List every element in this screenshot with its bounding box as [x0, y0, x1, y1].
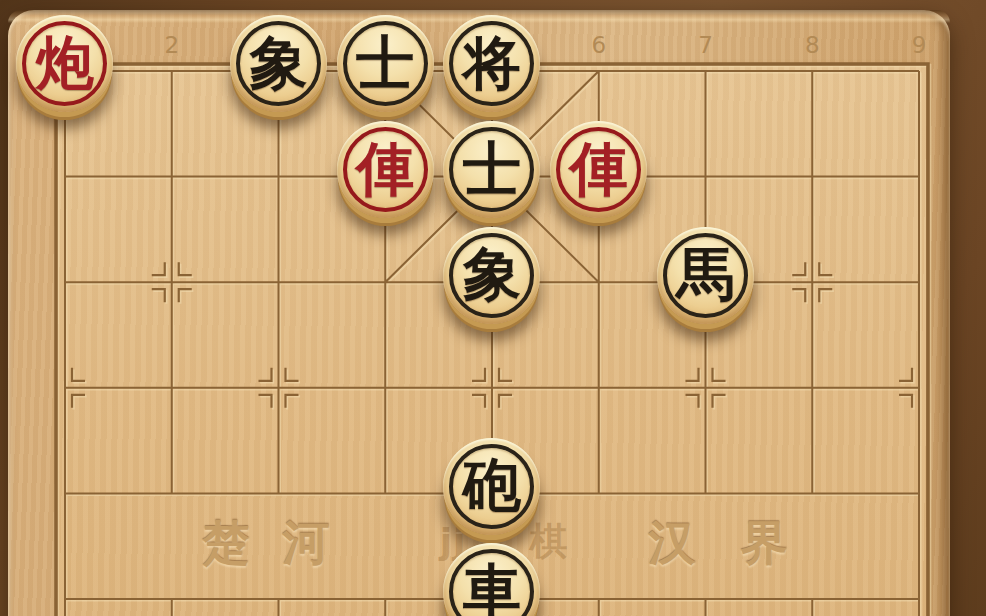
- board-intersection-3-4[interactable]: [225, 335, 332, 441]
- board-intersection-9-6[interactable]: [866, 546, 973, 616]
- piece-black-advisor[interactable]: 士: [337, 15, 434, 112]
- piece-glyph: 砲: [463, 456, 521, 514]
- board-intersection-2-4[interactable]: [118, 335, 225, 441]
- piece-red-chariot[interactable]: 俥: [550, 121, 647, 218]
- board-intersection-7-5[interactable]: [652, 441, 759, 547]
- board-intersection-7-2[interactable]: [652, 124, 759, 230]
- piece-red-chariot[interactable]: 俥: [337, 121, 434, 218]
- board-intersection-1-6[interactable]: [12, 546, 119, 616]
- board-intersection-5-6[interactable]: 車: [439, 546, 546, 616]
- piece-black-elephant[interactable]: 象: [230, 15, 327, 112]
- piece-glyph: 士: [463, 140, 521, 198]
- board-intersection-6-2[interactable]: 俥: [545, 124, 652, 230]
- board-intersection-2-5[interactable]: [118, 441, 225, 547]
- xiangqi-board: 炮象士将俥士俥象馬砲車: [12, 18, 973, 616]
- board-intersection-6-3[interactable]: [545, 229, 652, 335]
- board-intersection-8-4[interactable]: [759, 335, 866, 441]
- board-intersection-8-5[interactable]: [759, 441, 866, 547]
- board-intersection-2-1[interactable]: [118, 18, 225, 124]
- board-intersection-3-3[interactable]: [225, 229, 332, 335]
- board-intersection-1-5[interactable]: [12, 441, 119, 547]
- board-intersection-4-4[interactable]: [332, 335, 439, 441]
- board-intersection-4-5[interactable]: [332, 441, 439, 547]
- board-intersection-6-4[interactable]: [545, 335, 652, 441]
- piece-glyph: 馬: [676, 245, 734, 303]
- board-intersection-6-6[interactable]: [545, 546, 652, 616]
- board-intersection-2-2[interactable]: [118, 124, 225, 230]
- piece-black-chariot[interactable]: 車: [443, 543, 540, 616]
- board-intersection-2-3[interactable]: [118, 229, 225, 335]
- piece-glyph: 炮: [36, 34, 94, 92]
- board-intersection-3-2[interactable]: [225, 124, 332, 230]
- board-intersection-7-1[interactable]: [652, 18, 759, 124]
- board-intersection-5-3[interactable]: 象: [439, 229, 546, 335]
- board-intersection-7-6[interactable]: [652, 546, 759, 616]
- board-intersection-8-2[interactable]: [759, 124, 866, 230]
- board-intersection-7-3[interactable]: 馬: [652, 229, 759, 335]
- board-intersection-4-1[interactable]: 士: [332, 18, 439, 124]
- board-intersection-4-3[interactable]: [332, 229, 439, 335]
- piece-glyph: 俥: [356, 140, 414, 198]
- board-intersection-7-4[interactable]: [652, 335, 759, 441]
- board-intersection-1-3[interactable]: [12, 229, 119, 335]
- board-intersection-4-2[interactable]: 俥: [332, 124, 439, 230]
- piece-glyph: 車: [463, 562, 521, 616]
- piece-black-elephant[interactable]: 象: [443, 227, 540, 324]
- board-intersection-5-5[interactable]: 砲: [439, 441, 546, 547]
- board-intersection-3-6[interactable]: [225, 546, 332, 616]
- board-intersection-5-1[interactable]: 将: [439, 18, 546, 124]
- board-intersection-3-1[interactable]: 象: [225, 18, 332, 124]
- piece-red-cannon[interactable]: 炮: [16, 15, 113, 112]
- board-intersection-9-2[interactable]: [866, 124, 973, 230]
- board-intersection-9-4[interactable]: [866, 335, 973, 441]
- board-intersection-1-1[interactable]: 炮: [12, 18, 119, 124]
- piece-glyph: 俥: [570, 140, 628, 198]
- piece-black-horse[interactable]: 馬: [657, 227, 754, 324]
- board-intersection-3-5[interactable]: [225, 441, 332, 547]
- board-intersection-9-1[interactable]: [866, 18, 973, 124]
- board-intersection-1-2[interactable]: [12, 124, 119, 230]
- piece-glyph: 士: [356, 34, 414, 92]
- board-intersection-2-6[interactable]: [118, 546, 225, 616]
- piece-black-cannon[interactable]: 砲: [443, 438, 540, 535]
- board-intersection-9-5[interactable]: [866, 441, 973, 547]
- board-intersection-6-5[interactable]: [545, 441, 652, 547]
- board-intersection-4-6[interactable]: [332, 546, 439, 616]
- board-intersection-9-3[interactable]: [866, 229, 973, 335]
- piece-glyph: 将: [463, 34, 521, 92]
- piece-black-general[interactable]: 将: [443, 15, 540, 112]
- board-intersection-6-1[interactable]: [545, 18, 652, 124]
- board-intersection-5-4[interactable]: [439, 335, 546, 441]
- piece-glyph: 象: [463, 245, 521, 303]
- piece-glyph: 象: [249, 34, 307, 92]
- board-intersection-8-6[interactable]: [759, 546, 866, 616]
- board-intersection-8-1[interactable]: [759, 18, 866, 124]
- board-intersection-5-2[interactable]: 士: [439, 124, 546, 230]
- piece-black-advisor[interactable]: 士: [443, 121, 540, 218]
- board-intersection-1-4[interactable]: [12, 335, 119, 441]
- xiangqi-app-screen: 26789 楚河汉界jj棋 炮象士将俥士俥象馬砲車: [0, 0, 986, 616]
- board-intersection-8-3[interactable]: [759, 229, 866, 335]
